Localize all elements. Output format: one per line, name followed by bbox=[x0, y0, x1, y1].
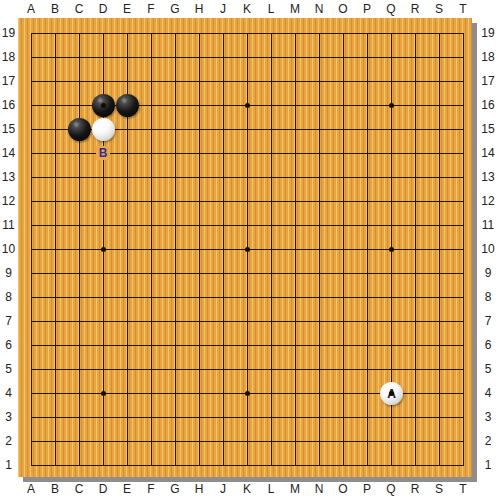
coord-label-row-4: 4 bbox=[0, 385, 17, 401]
grid-horizontal-line bbox=[31, 465, 464, 466]
coord-label-row-1: 1 bbox=[478, 457, 498, 473]
coord-label-row-7: 7 bbox=[478, 313, 498, 329]
star-point-d16 bbox=[101, 103, 106, 108]
coord-label-col-t: T bbox=[455, 1, 471, 17]
coord-label-row-2: 2 bbox=[0, 433, 17, 449]
coord-label-col-j: J bbox=[215, 1, 231, 17]
grid-vertical-line bbox=[463, 33, 464, 466]
coord-label-col-q: Q bbox=[383, 481, 399, 497]
coord-label-col-q: Q bbox=[383, 1, 399, 17]
coord-label-col-e: E bbox=[119, 481, 135, 497]
board-marker-b-d14[interactable]: B bbox=[96, 146, 110, 160]
coord-label-row-9: 9 bbox=[478, 265, 498, 281]
coord-label-row-10: 10 bbox=[0, 241, 17, 257]
star-point-d4 bbox=[101, 391, 106, 396]
coord-label-col-d: D bbox=[95, 481, 111, 497]
coord-label-col-f: F bbox=[143, 481, 159, 497]
grid-horizontal-line bbox=[31, 369, 464, 370]
coord-label-col-h: H bbox=[191, 1, 207, 17]
coord-label-col-f: F bbox=[143, 1, 159, 17]
coord-label-col-g: G bbox=[167, 1, 183, 17]
coord-label-col-o: O bbox=[335, 1, 351, 17]
coord-label-col-k: K bbox=[239, 1, 255, 17]
star-point-q4 bbox=[389, 391, 394, 396]
coord-label-row-19: 19 bbox=[478, 25, 498, 41]
coord-label-row-18: 18 bbox=[478, 49, 498, 65]
coord-label-row-6: 6 bbox=[0, 337, 17, 353]
grid-vertical-line bbox=[271, 33, 272, 466]
coord-label-row-16: 16 bbox=[0, 97, 17, 113]
coord-label-row-8: 8 bbox=[478, 289, 498, 305]
coord-label-col-k: K bbox=[239, 481, 255, 497]
coord-label-col-o: O bbox=[335, 481, 351, 497]
coord-label-col-e: E bbox=[119, 1, 135, 17]
coord-label-col-r: R bbox=[407, 481, 423, 497]
coord-label-col-d: D bbox=[95, 1, 111, 17]
grid-vertical-line bbox=[367, 33, 368, 466]
coord-label-row-9: 9 bbox=[0, 265, 17, 281]
coord-label-row-11: 11 bbox=[478, 217, 498, 233]
coord-label-col-j: J bbox=[215, 481, 231, 497]
coord-label-col-m: M bbox=[287, 481, 303, 497]
coord-label-row-2: 2 bbox=[478, 433, 498, 449]
coord-label-col-c: C bbox=[71, 481, 87, 497]
coord-label-row-7: 7 bbox=[0, 313, 17, 329]
coord-label-row-6: 6 bbox=[478, 337, 498, 353]
coord-label-col-p: P bbox=[359, 481, 375, 497]
coord-label-row-12: 12 bbox=[0, 193, 17, 209]
star-point-d10 bbox=[101, 247, 106, 252]
black-stone-c15[interactable] bbox=[68, 118, 91, 141]
grid-horizontal-line bbox=[31, 321, 464, 322]
go-board-screenshot: ABCDEFGHJKLMNOPQRST ABCDEFGHJKLMNOPQRST … bbox=[0, 0, 500, 500]
grid-vertical-line bbox=[319, 33, 320, 466]
coord-label-col-n: N bbox=[311, 481, 327, 497]
coord-label-col-b: B bbox=[47, 1, 63, 17]
coord-label-row-4: 4 bbox=[478, 385, 498, 401]
coord-label-row-12: 12 bbox=[478, 193, 498, 209]
coord-label-col-l: L bbox=[263, 481, 279, 497]
grid-horizontal-line bbox=[31, 417, 464, 418]
grid-horizontal-line bbox=[31, 345, 464, 346]
coord-label-col-r: R bbox=[407, 1, 423, 17]
coord-label-col-b: B bbox=[47, 481, 63, 497]
coord-label-row-5: 5 bbox=[478, 361, 498, 377]
coord-label-row-13: 13 bbox=[478, 169, 498, 185]
coord-label-col-p: P bbox=[359, 1, 375, 17]
grid-vertical-line bbox=[295, 33, 296, 466]
coord-label-row-19: 19 bbox=[0, 25, 17, 41]
grid-vertical-line bbox=[439, 33, 440, 466]
coord-label-col-s: S bbox=[431, 481, 447, 497]
star-point-k16 bbox=[245, 103, 250, 108]
coord-label-row-10: 10 bbox=[478, 241, 498, 257]
coord-label-row-17: 17 bbox=[0, 73, 17, 89]
coord-label-row-1: 1 bbox=[0, 457, 17, 473]
coord-label-row-15: 15 bbox=[0, 121, 17, 137]
coord-label-row-3: 3 bbox=[478, 409, 498, 425]
grid-horizontal-line bbox=[31, 441, 464, 442]
coord-label-row-5: 5 bbox=[0, 361, 17, 377]
coord-label-col-s: S bbox=[431, 1, 447, 17]
grid-horizontal-line bbox=[31, 297, 464, 298]
coord-label-col-h: H bbox=[191, 481, 207, 497]
coord-label-row-16: 16 bbox=[478, 97, 498, 113]
coord-label-row-3: 3 bbox=[0, 409, 17, 425]
star-point-k10 bbox=[245, 247, 250, 252]
star-point-q10 bbox=[389, 247, 394, 252]
coord-label-col-a: A bbox=[23, 1, 39, 17]
star-point-q16 bbox=[389, 103, 394, 108]
coord-label-row-13: 13 bbox=[0, 169, 17, 185]
coord-label-col-n: N bbox=[311, 1, 327, 17]
coord-label-row-8: 8 bbox=[0, 289, 17, 305]
coord-label-col-c: C bbox=[71, 1, 87, 17]
coord-label-col-g: G bbox=[167, 481, 183, 497]
coord-label-row-18: 18 bbox=[0, 49, 17, 65]
coord-label-row-11: 11 bbox=[0, 217, 17, 233]
coord-label-row-14: 14 bbox=[0, 145, 17, 161]
coord-label-row-14: 14 bbox=[478, 145, 498, 161]
coord-label-col-m: M bbox=[287, 1, 303, 17]
white-stone-d15[interactable] bbox=[92, 118, 115, 141]
coord-label-col-l: L bbox=[263, 1, 279, 17]
grid-vertical-line bbox=[415, 33, 416, 466]
coord-label-row-15: 15 bbox=[478, 121, 498, 137]
grid-horizontal-line bbox=[31, 273, 464, 274]
coord-label-row-17: 17 bbox=[478, 73, 498, 89]
star-point-k4 bbox=[245, 391, 250, 396]
coord-label-col-t: T bbox=[455, 481, 471, 497]
coord-label-col-a: A bbox=[23, 481, 39, 497]
grid-vertical-line bbox=[343, 33, 344, 466]
black-stone-e16[interactable] bbox=[116, 94, 139, 117]
